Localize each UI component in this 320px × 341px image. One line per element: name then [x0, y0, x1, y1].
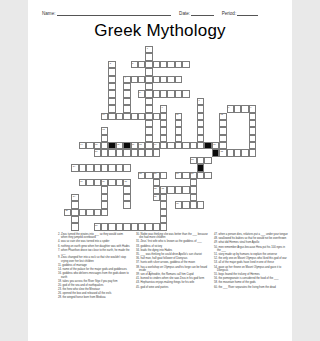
grid-cell[interactable]	[234, 105, 241, 112]
clue-number: 24	[73, 165, 75, 168]
grid-cell[interactable]	[123, 113, 130, 120]
grid-cell[interactable]	[79, 164, 86, 171]
clue-number: 31	[125, 180, 127, 183]
grid-cell[interactable]	[219, 120, 226, 127]
grid-cell[interactable]	[197, 172, 204, 179]
clue-number: 30	[102, 180, 104, 183]
grid-cell[interactable]	[175, 186, 182, 193]
clue-number: 21	[95, 150, 97, 153]
worksheet-header: Name: Date: Period:	[42, 11, 280, 18]
grid-cell[interactable]	[153, 113, 160, 120]
grid-cell[interactable]	[167, 142, 174, 149]
clue-column-1: 2. Zeus turned the pirates into ___ so t…	[58, 233, 130, 301]
grid-cell[interactable]	[197, 120, 204, 127]
grid-cell[interactable]	[94, 179, 101, 186]
grid-cell[interactable]	[101, 201, 108, 208]
grid-cell[interactable]: 6	[197, 98, 204, 105]
worksheet-page: Name: Date: Period: Greek Mythology 1234…	[28, 0, 292, 341]
grid-cell[interactable]: 22	[219, 149, 226, 156]
grid-cell[interactable]	[160, 194, 167, 201]
grid-cell[interactable]	[108, 223, 115, 230]
grid-cell[interactable]	[101, 223, 108, 230]
grid-cell[interactable]	[108, 68, 115, 75]
grid-cell[interactable]	[145, 98, 152, 105]
grid-cell[interactable]	[175, 135, 182, 142]
black-cell	[108, 142, 115, 149]
clue-number: 16	[117, 143, 119, 146]
clue-number: 22	[221, 150, 223, 153]
clue-number: 32	[154, 187, 156, 190]
grid-cell[interactable]	[190, 201, 197, 208]
clues-section: 2. Zeus turned the pirates into ___ so t…	[58, 233, 288, 301]
grid-cell[interactable]	[86, 164, 93, 171]
grid-cell[interactable]: 3	[131, 61, 138, 68]
clue-item: 16. goddess who delivers messages from t…	[58, 272, 130, 279]
grid-cell[interactable]: 13	[101, 127, 108, 134]
clue-number: 12	[221, 113, 223, 116]
grid-cell[interactable]	[160, 223, 167, 230]
grid-cell[interactable]: 35	[153, 194, 160, 201]
date-label: Date:	[179, 11, 190, 16]
grid-cell[interactable]	[145, 223, 152, 230]
clue-number: 25	[139, 172, 141, 175]
grid-cell[interactable]	[123, 98, 130, 105]
page-title: Greek Mythology	[28, 21, 292, 41]
grid-cell[interactable]	[108, 164, 115, 171]
grid-cell[interactable]	[175, 142, 182, 149]
grid-cell[interactable]	[79, 209, 86, 216]
grid-cell[interactable]	[138, 113, 145, 120]
grid-cell[interactable]	[108, 98, 115, 105]
clue-item: 34. leads the dying into Hades	[136, 249, 208, 252]
grid-cell[interactable]	[175, 120, 182, 127]
grid-cell[interactable]	[182, 61, 189, 68]
clue-number: 29	[80, 180, 82, 183]
clue-item: 23. the hero who slew the Minotaur	[58, 288, 130, 291]
grid-cell[interactable]	[219, 142, 226, 149]
grid-cell[interactable]	[108, 90, 115, 97]
grid-cell[interactable]	[241, 149, 248, 156]
grid-cell[interactable]	[123, 105, 130, 112]
clue-item: 2. Zeus turned the pirates into ___ so t…	[58, 233, 130, 240]
grid-cell[interactable]	[145, 149, 152, 156]
grid-cell[interactable]	[108, 179, 115, 186]
grid-cell[interactable]	[145, 76, 152, 83]
grid-cell[interactable]: 28	[190, 172, 197, 179]
grid-cell[interactable]	[145, 105, 152, 112]
grid-cell[interactable]	[182, 172, 189, 179]
grid-cell[interactable]: 21	[94, 149, 101, 156]
grid-cell[interactable]	[108, 113, 115, 120]
grid-cell[interactable]	[219, 127, 226, 134]
grid-cell[interactable]	[204, 157, 211, 164]
crossword-grid: 1234567891011121314151617181920212223242…	[64, 46, 256, 231]
grid-cell[interactable]	[138, 61, 145, 68]
clue-number: 11	[176, 113, 178, 116]
grid-cell[interactable]	[160, 113, 167, 120]
grid-cell[interactable]	[197, 157, 204, 164]
grid-cell[interactable]	[145, 113, 152, 120]
grid-cell[interactable]	[123, 201, 130, 208]
grid-cell[interactable]	[145, 53, 152, 60]
grid-cell[interactable]	[123, 90, 130, 97]
grid-cell[interactable]	[123, 83, 130, 90]
grid-cell[interactable]: 1	[145, 46, 152, 53]
grid-cell[interactable]: 18	[138, 142, 145, 149]
grid-cell[interactable]	[249, 113, 256, 120]
clue-number: 15	[95, 143, 97, 146]
grid-cell[interactable]	[71, 216, 78, 223]
grid-cell[interactable]	[108, 105, 115, 112]
grid-cell[interactable]	[101, 194, 108, 201]
clue-item: 4. was so vain she was turned into a spi…	[58, 240, 130, 243]
grid-cell[interactable]	[116, 149, 123, 156]
grid-cell[interactable]	[123, 164, 130, 171]
grid-cell[interactable]	[123, 194, 130, 201]
grid-cell[interactable]	[160, 135, 167, 142]
grid-cell[interactable]: 9	[249, 105, 256, 112]
grid-cell[interactable]	[116, 223, 123, 230]
clue-item: 49. what did Hermes steal from Apollo	[214, 241, 288, 244]
clue-number: 13	[102, 128, 104, 131]
grid-cell[interactable]	[101, 142, 108, 149]
grid-cell[interactable]	[116, 179, 123, 186]
grid-cell[interactable]	[101, 209, 108, 216]
black-cell	[123, 142, 130, 149]
grid-cell[interactable]: 19	[153, 142, 160, 149]
grid-cell[interactable]	[182, 90, 189, 97]
clue-number: 34	[73, 195, 75, 198]
grid-cell[interactable]	[249, 142, 256, 149]
clue-number: 10	[102, 113, 104, 116]
date-blank[interactable]	[191, 11, 214, 16]
grid-cell[interactable]	[116, 113, 123, 120]
grid-cell[interactable]	[71, 201, 78, 208]
grid-cell[interactable]	[227, 149, 234, 156]
clue-number: 28	[191, 172, 193, 175]
grid-cell[interactable]: 29	[79, 179, 86, 186]
clue-item: 30. Niobe was thinking she was better th…	[136, 233, 208, 240]
black-cell	[197, 164, 204, 171]
grid-cell[interactable]	[160, 201, 167, 208]
clue-item: 20. god of the sea and of earthquakes	[58, 284, 130, 287]
grid-cell[interactable]	[153, 90, 160, 97]
clue-number: 6	[198, 99, 199, 102]
grid-cell[interactable]: 31	[123, 179, 130, 186]
grid-cell[interactable]	[160, 127, 167, 134]
grid-cell[interactable]: 24	[71, 164, 78, 171]
grid-cell[interactable]	[71, 209, 78, 216]
grid-cell[interactable]	[108, 149, 115, 156]
clue-item: 53. all of the major gods have lived in …	[214, 261, 288, 264]
period-blank[interactable]	[237, 11, 258, 16]
clue-number: 20	[213, 143, 215, 146]
clue-item: 18. takes you across the River Styx if y…	[58, 280, 130, 283]
grid-cell[interactable]	[160, 216, 167, 223]
grid-cell[interactable]	[190, 179, 197, 186]
grid-cell[interactable]	[160, 120, 167, 127]
grid-cell[interactable]	[145, 120, 152, 127]
clue-item: 55. boys feared the trickery of Hermes	[214, 273, 288, 276]
clue-column-2: 30. Niobe was thinking she was better th…	[136, 233, 208, 301]
grid-cell[interactable]: 32	[153, 186, 160, 193]
grid-cell[interactable]	[219, 135, 226, 142]
grid-cell[interactable]	[249, 120, 256, 127]
clue-item: 35. ___ was thinking he could drive Apol…	[136, 253, 208, 256]
grid-cell[interactable]: 34	[71, 194, 78, 201]
grid-cell[interactable]	[197, 105, 204, 112]
clue-item: 45. god of wine and parties	[136, 286, 208, 289]
grid-cell[interactable]	[123, 149, 130, 156]
clue-number: 35	[154, 195, 156, 198]
clue-item: 54. gave up her throne on Mount Olympus …	[214, 266, 288, 273]
clue-number: 27	[176, 172, 178, 175]
black-cell	[212, 149, 219, 156]
grid-cell[interactable]	[131, 223, 138, 230]
grid-cell[interactable]: 30	[101, 179, 108, 186]
grid-cell[interactable]: 7	[160, 105, 167, 112]
grid-cell[interactable]	[101, 164, 108, 171]
grid-cell[interactable]	[175, 127, 182, 134]
grid-cell[interactable]	[101, 186, 108, 193]
grid-cell[interactable]	[160, 172, 167, 179]
clue-item: 9. Zeus changed her into a rock so that …	[58, 256, 130, 263]
grid-cell[interactable]	[175, 76, 182, 83]
clue-number: 26	[154, 172, 156, 175]
clue-number: 36	[176, 202, 178, 205]
grid-cell[interactable]: 10	[101, 113, 108, 120]
grid-cell[interactable]: 20	[212, 142, 219, 149]
clue-number: 1	[147, 47, 148, 50]
clue-number: 4	[125, 76, 126, 79]
grid-cell[interactable]	[197, 201, 204, 208]
grid-cell[interactable]	[197, 135, 204, 142]
grid-cell[interactable]	[153, 179, 160, 186]
grid-cell[interactable]	[190, 194, 197, 201]
clue-item: 31. Zeus' first wife who is known as the…	[136, 240, 208, 243]
grid-cell[interactable]	[145, 61, 152, 68]
grid-cell[interactable]	[249, 135, 256, 142]
grid-cell[interactable]: 27	[175, 172, 182, 179]
grid-cell[interactable]: 38	[94, 223, 101, 230]
clue-item: 58. the mountain home of the gods	[214, 281, 288, 284]
grid-cell[interactable]	[249, 149, 256, 156]
clue-number: 17	[132, 143, 134, 146]
grid-cell[interactable]: 2	[108, 61, 115, 68]
grid-cell[interactable]	[153, 76, 160, 83]
grid-cell[interactable]	[101, 149, 108, 156]
grid-cell[interactable]	[145, 172, 152, 179]
name-label: Name:	[42, 11, 56, 16]
grid-cell[interactable]	[241, 105, 248, 112]
clue-number: 19	[154, 143, 156, 146]
clue-number: 23	[191, 158, 193, 161]
grid-cell[interactable]	[160, 76, 167, 83]
clue-item: 60. the ___ River separates the living f…	[214, 286, 288, 289]
grid-cell[interactable]	[123, 223, 130, 230]
clue-number: 14	[80, 143, 82, 146]
clue-item: 39. son of Aphrodite, the Romans call hi…	[136, 273, 208, 276]
grid-cell[interactable]	[160, 61, 167, 68]
clue-number: 8	[228, 106, 229, 109]
clue-item: 47. when a person dies, relatives put a …	[214, 233, 288, 236]
clue-item: 50. men remember Argus because Hera put …	[214, 246, 288, 253]
grid-cell[interactable]: 8	[227, 105, 234, 112]
clue-column-3: 47. when a person dies, relatives put a …	[214, 233, 288, 301]
grid-cell[interactable]: 17	[131, 142, 138, 149]
grid-cell[interactable]	[131, 149, 138, 156]
clue-number: 18	[139, 143, 141, 146]
grid-cell[interactable]	[94, 164, 101, 171]
grid-cell[interactable]	[197, 142, 204, 149]
grid-cell[interactable]: 11	[175, 113, 182, 120]
grid-cell[interactable]	[182, 142, 189, 149]
grid-cell[interactable]	[145, 135, 152, 142]
grid-cell[interactable]	[249, 127, 256, 134]
black-cell	[204, 142, 211, 149]
grid-cell[interactable]	[94, 209, 101, 216]
clue-number: 38	[95, 224, 97, 227]
grid-cell[interactable]	[197, 113, 204, 120]
grid-cell[interactable]	[145, 83, 152, 90]
period-label: Period:	[222, 11, 237, 16]
grid-cell[interactable]	[153, 223, 160, 230]
grid-cell[interactable]	[204, 172, 211, 179]
grid-cell[interactable]	[160, 90, 167, 97]
grid-cell[interactable]	[123, 186, 130, 193]
grid-cell[interactable]: 33	[160, 186, 167, 193]
clue-item: 51. story made up by humans to explain t…	[214, 253, 288, 256]
grid-cell[interactable]	[108, 83, 115, 90]
grid-cell[interactable]	[145, 90, 152, 97]
grid-cell[interactable]	[71, 223, 78, 230]
grid-cell[interactable]	[101, 135, 108, 142]
clue-number: 37	[65, 209, 67, 212]
grid-cell[interactable]	[175, 90, 182, 97]
clue-item: 7. when Phaethon drove too close to the …	[58, 249, 130, 256]
clue-item: 6. nothing on earth grew when her daught…	[58, 245, 130, 248]
grid-cell[interactable]	[86, 142, 93, 149]
grid-cell[interactable]	[138, 223, 145, 230]
clue-number: 33	[161, 187, 163, 190]
clue-number: 3	[132, 62, 133, 65]
grid-cell[interactable]	[167, 61, 174, 68]
grid-cell[interactable]	[190, 186, 197, 193]
grid-cell[interactable]	[131, 76, 138, 83]
name-blank[interactable]	[57, 11, 171, 16]
grid-cell[interactable]	[145, 68, 152, 75]
grid-cell[interactable]	[234, 149, 241, 156]
clue-item: 37. hunts with silver arrows, goddess of…	[136, 261, 208, 264]
clue-number: 7	[161, 106, 162, 109]
grid-cell[interactable]	[131, 113, 138, 120]
grid-cell[interactable]	[160, 142, 167, 149]
grid-cell[interactable]	[86, 179, 93, 186]
clue-item: 33. goddess of victory	[136, 245, 208, 248]
grid-cell[interactable]	[138, 76, 145, 83]
grid-cell[interactable]	[153, 149, 160, 156]
grid-cell[interactable]	[182, 186, 189, 193]
clue-item: 14. name of the palace for the major god…	[58, 268, 130, 271]
grid-cell[interactable]	[160, 209, 167, 216]
grid-cell[interactable]	[167, 186, 174, 193]
grid-cell[interactable]	[167, 90, 174, 97]
grid-cell[interactable]	[138, 149, 145, 156]
grid-cell[interactable]: 15	[94, 142, 101, 149]
clue-item: 11. goddess of marriage	[58, 264, 130, 267]
clue-item: 28. the winged horse born from Medusa	[58, 296, 130, 299]
grid-cell[interactable]: 16	[116, 142, 123, 149]
clue-item: 43. Hephaestus enjoys making things for …	[136, 281, 208, 284]
grid-cell[interactable]	[175, 61, 182, 68]
grid-cell[interactable]	[86, 209, 93, 216]
grid-cell[interactable]	[153, 61, 160, 68]
grid-cell[interactable]	[182, 201, 189, 208]
clue-item: 38. has a workshop on Olympus and his fo…	[136, 266, 208, 273]
clue-number: 5	[139, 91, 140, 94]
grid-cell[interactable]: 25	[138, 172, 145, 179]
grid-cell[interactable]: 36	[175, 201, 182, 208]
clue-number: 9	[250, 106, 251, 109]
grid-cell[interactable]	[145, 127, 152, 134]
grid-cell[interactable]: 23	[190, 157, 197, 164]
grid-cell[interactable]: 26	[153, 172, 160, 179]
grid-cell[interactable]: 4	[123, 76, 130, 83]
grid-cell[interactable]: 37	[64, 209, 71, 216]
clue-item: 48. swallowed his babies so that he woul…	[214, 237, 288, 240]
grid-cell[interactable]	[108, 76, 115, 83]
grid-cell[interactable]	[190, 142, 197, 149]
grid-cell[interactable]	[167, 76, 174, 83]
grid-cell[interactable]	[116, 164, 123, 171]
grid-cell[interactable]	[197, 127, 204, 134]
grid-cell[interactable]	[145, 142, 152, 149]
grid-cell[interactable]: 5	[138, 90, 145, 97]
clue-number: 2	[110, 62, 111, 65]
grid-cell[interactable]: 14	[79, 142, 86, 149]
grid-cell[interactable]: 12	[219, 113, 226, 120]
